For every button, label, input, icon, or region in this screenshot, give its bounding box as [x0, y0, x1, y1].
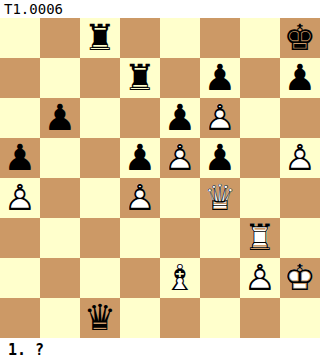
black-piece-glyph: ♟	[280, 58, 320, 98]
white-pawn[interactable]: ♟♙	[120, 178, 160, 218]
black-piece-glyph: ♚	[280, 18, 320, 58]
white-pawn[interactable]: ♟♙	[0, 178, 40, 218]
black-rook[interactable]: ♜	[80, 18, 120, 58]
white-pawn[interactable]: ♟♙	[160, 138, 200, 178]
square-a8[interactable]	[0, 18, 40, 58]
white-bishop[interactable]: ♝♗	[160, 258, 200, 298]
square-b5[interactable]	[40, 138, 80, 178]
square-a7[interactable]	[0, 58, 40, 98]
square-c2[interactable]	[80, 258, 120, 298]
square-f5[interactable]: ♟	[200, 138, 240, 178]
white-piece-outline-layer: ♗	[160, 258, 200, 298]
square-f1[interactable]	[200, 298, 240, 338]
square-e8[interactable]	[160, 18, 200, 58]
square-b1[interactable]	[40, 298, 80, 338]
square-d2[interactable]	[120, 258, 160, 298]
square-h6[interactable]	[280, 98, 320, 138]
square-e6[interactable]: ♟	[160, 98, 200, 138]
black-pawn[interactable]: ♟	[280, 58, 320, 98]
black-queen[interactable]: ♛	[80, 298, 120, 338]
square-a5[interactable]: ♟	[0, 138, 40, 178]
white-piece-outline-layer: ♙	[120, 178, 160, 218]
square-b7[interactable]	[40, 58, 80, 98]
square-f2[interactable]	[200, 258, 240, 298]
square-d7[interactable]: ♜	[120, 58, 160, 98]
square-h3[interactable]	[280, 218, 320, 258]
square-c7[interactable]	[80, 58, 120, 98]
white-piece-outline-layer: ♕	[200, 178, 240, 218]
square-g7[interactable]	[240, 58, 280, 98]
black-rook[interactable]: ♜	[120, 58, 160, 98]
square-g2[interactable]: ♟♙	[240, 258, 280, 298]
black-piece-glyph: ♜	[120, 58, 160, 98]
square-f8[interactable]	[200, 18, 240, 58]
black-piece-glyph: ♟	[160, 98, 200, 138]
square-e1[interactable]	[160, 298, 200, 338]
black-piece-glyph: ♟	[40, 98, 80, 138]
white-piece-outline-layer: ♙	[240, 258, 280, 298]
square-d8[interactable]	[120, 18, 160, 58]
square-g1[interactable]	[240, 298, 280, 338]
square-h1[interactable]	[280, 298, 320, 338]
white-piece-outline-layer: ♖	[240, 218, 280, 258]
square-e3[interactable]	[160, 218, 200, 258]
square-a3[interactable]	[0, 218, 40, 258]
white-pawn[interactable]: ♟♙	[200, 98, 240, 138]
square-d6[interactable]	[120, 98, 160, 138]
square-f6[interactable]: ♟♙	[200, 98, 240, 138]
white-piece-outline-layer: ♙	[200, 98, 240, 138]
square-h7[interactable]: ♟	[280, 58, 320, 98]
white-pawn[interactable]: ♟♙	[240, 258, 280, 298]
white-piece-outline-layer: ♔	[280, 258, 320, 298]
square-b8[interactable]	[40, 18, 80, 58]
square-h8[interactable]: ♚	[280, 18, 320, 58]
white-piece-outline-layer: ♙	[280, 138, 320, 178]
square-c4[interactable]	[80, 178, 120, 218]
black-pawn[interactable]: ♟	[40, 98, 80, 138]
white-piece-outline-layer: ♙	[160, 138, 200, 178]
square-g5[interactable]	[240, 138, 280, 178]
black-king[interactable]: ♚	[280, 18, 320, 58]
square-b3[interactable]	[40, 218, 80, 258]
square-d3[interactable]	[120, 218, 160, 258]
black-piece-glyph: ♜	[80, 18, 120, 58]
puzzle-title: T1.0006	[0, 0, 320, 18]
square-b4[interactable]	[40, 178, 80, 218]
square-d4[interactable]: ♟♙	[120, 178, 160, 218]
black-pawn[interactable]: ♟	[200, 138, 240, 178]
square-e2[interactable]: ♝♗	[160, 258, 200, 298]
square-c3[interactable]	[80, 218, 120, 258]
black-piece-glyph: ♛	[80, 298, 120, 338]
black-piece-glyph: ♟	[200, 58, 240, 98]
square-g3[interactable]: ♜♖	[240, 218, 280, 258]
square-f7[interactable]: ♟	[200, 58, 240, 98]
black-pawn[interactable]: ♟	[160, 98, 200, 138]
chess-board: ♜♚♜♟♟♟♟♟♙♟♟♟♙♟♟♙♟♙♟♙♛♕♜♖♝♗♟♙♚♔♛	[0, 18, 320, 338]
square-a2[interactable]	[0, 258, 40, 298]
square-f3[interactable]	[200, 218, 240, 258]
black-pawn[interactable]: ♟	[0, 138, 40, 178]
black-piece-glyph: ♟	[0, 138, 40, 178]
square-c5[interactable]	[80, 138, 120, 178]
square-a4[interactable]: ♟♙	[0, 178, 40, 218]
square-g4[interactable]	[240, 178, 280, 218]
square-c8[interactable]: ♜	[80, 18, 120, 58]
square-h5[interactable]: ♟♙	[280, 138, 320, 178]
square-g8[interactable]	[240, 18, 280, 58]
black-piece-glyph: ♟	[120, 138, 160, 178]
square-e4[interactable]	[160, 178, 200, 218]
white-pawn[interactable]: ♟♙	[280, 138, 320, 178]
white-piece-outline-layer: ♙	[0, 178, 40, 218]
square-d5[interactable]: ♟	[120, 138, 160, 178]
white-rook[interactable]: ♜♖	[240, 218, 280, 258]
white-king[interactable]: ♚♔	[280, 258, 320, 298]
square-a6[interactable]	[0, 98, 40, 138]
square-b2[interactable]	[40, 258, 80, 298]
black-piece-glyph: ♟	[200, 138, 240, 178]
square-h4[interactable]	[280, 178, 320, 218]
square-e7[interactable]	[160, 58, 200, 98]
white-queen[interactable]: ♛♕	[200, 178, 240, 218]
square-b6[interactable]: ♟	[40, 98, 80, 138]
square-c1[interactable]: ♛	[80, 298, 120, 338]
square-a1[interactable]	[0, 298, 40, 338]
square-c6[interactable]	[80, 98, 120, 138]
square-d1[interactable]	[120, 298, 160, 338]
square-e5[interactable]: ♟♙	[160, 138, 200, 178]
move-prompt: 1. ?	[0, 338, 320, 360]
square-f4[interactable]: ♛♕	[200, 178, 240, 218]
black-pawn[interactable]: ♟	[120, 138, 160, 178]
black-pawn[interactable]: ♟	[200, 58, 240, 98]
square-h2[interactable]: ♚♔	[280, 258, 320, 298]
square-g6[interactable]	[240, 98, 280, 138]
